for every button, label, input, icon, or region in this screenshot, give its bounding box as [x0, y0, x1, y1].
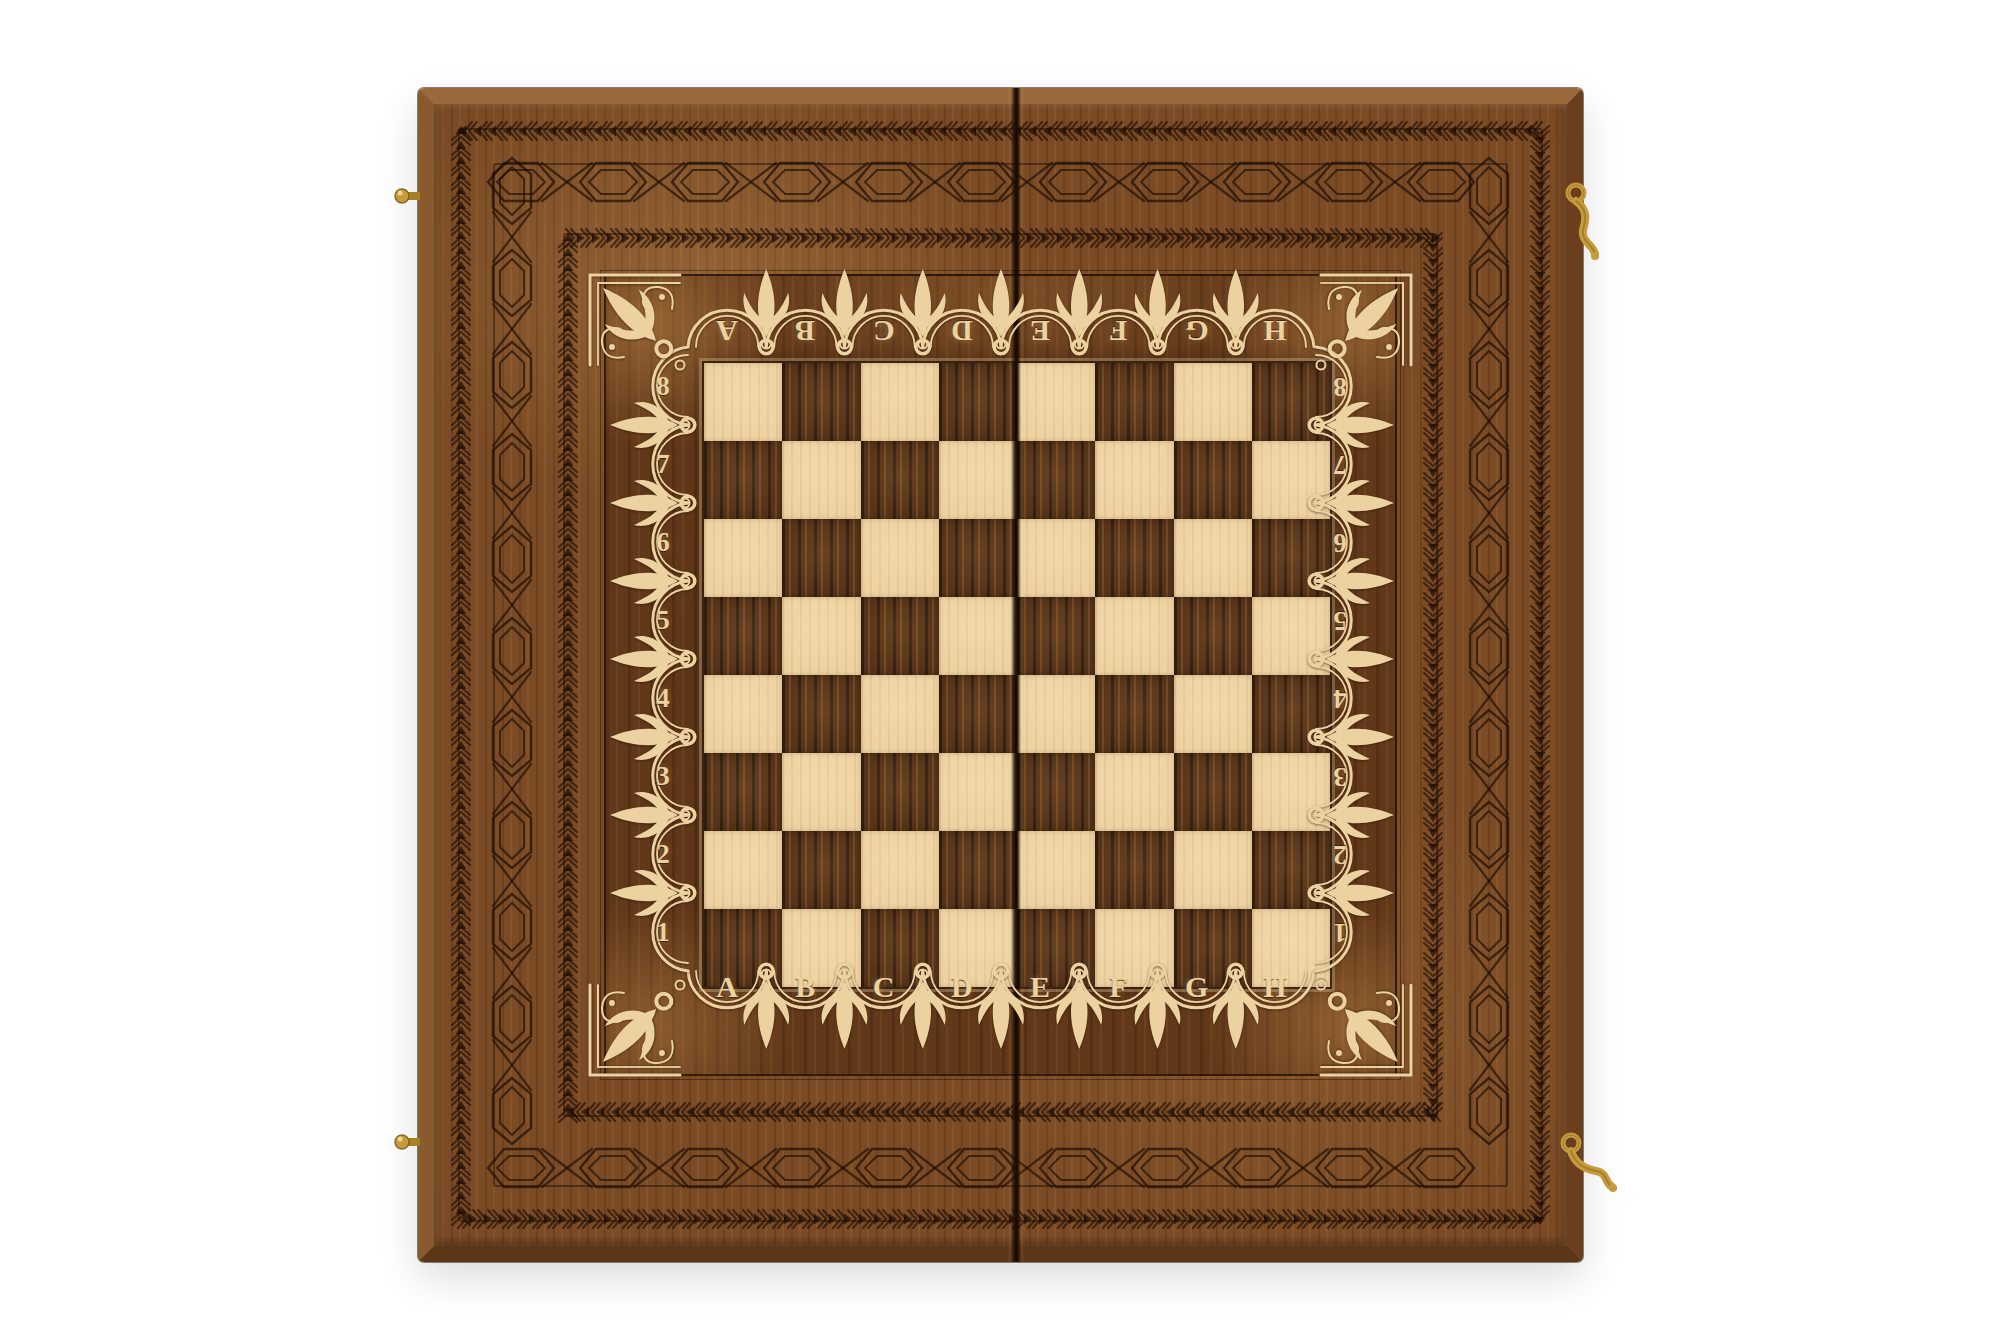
rank-label-left-1: 1 [656, 917, 670, 948]
square-f3[interactable] [1095, 753, 1173, 831]
square-a4[interactable] [704, 675, 782, 753]
square-a8[interactable] [704, 363, 782, 441]
file-label-top-c: C [873, 314, 895, 348]
square-e2[interactable] [1017, 831, 1095, 909]
brass-clasp-hook-top-right [1566, 178, 1612, 270]
chess-board-box: AA88BB77CC66DD55EE44FF33GG22HH11 [418, 88, 1583, 1262]
file-label-top-f: F [1109, 314, 1127, 348]
carved-hexagon-chain-top [482, 152, 1519, 212]
file-label-bottom-d: D [951, 970, 973, 1004]
square-b4[interactable] [782, 675, 860, 753]
rank-label-left-6: 6 [656, 527, 670, 558]
square-c3[interactable] [861, 753, 939, 831]
file-label-bottom-b: B [795, 970, 815, 1004]
square-d7[interactable] [939, 441, 1017, 519]
corner-ornament-bottom-left [568, 967, 698, 1097]
square-g3[interactable] [1174, 753, 1252, 831]
square-e4[interactable] [1017, 675, 1095, 753]
file-label-bottom-g: G [1185, 970, 1208, 1004]
rank-label-left-4: 4 [656, 683, 670, 714]
file-label-bottom-c: C [873, 970, 895, 1004]
square-c4[interactable] [861, 675, 939, 753]
file-label-top-e: E [1030, 314, 1050, 348]
carved-hexagon-chain-bottom [482, 1138, 1519, 1198]
brass-clasp-hook-bottom-right [1558, 1126, 1620, 1206]
carved-chevron-border-right-outer [1527, 118, 1553, 1232]
gold-arcade-left [592, 299, 692, 1019]
square-f5[interactable] [1095, 597, 1173, 675]
brass-hinge-pin-top-left [390, 178, 422, 214]
rank-label-left-2: 2 [656, 839, 670, 870]
square-b7[interactable] [782, 441, 860, 519]
file-label-top-a: A [716, 314, 738, 348]
rank-label-right-1: 1 [1333, 917, 1347, 948]
carved-chevron-border-left-outer [448, 118, 474, 1232]
square-c2[interactable] [861, 831, 939, 909]
square-e3[interactable] [1017, 753, 1095, 831]
rank-label-right-3: 3 [1333, 761, 1347, 792]
square-d5[interactable] [939, 597, 1017, 675]
square-a7[interactable] [704, 441, 782, 519]
square-e7[interactable] [1017, 441, 1095, 519]
square-g7[interactable] [1174, 441, 1252, 519]
square-d2[interactable] [939, 831, 1017, 909]
square-f4[interactable] [1095, 675, 1173, 753]
file-label-top-g: G [1185, 314, 1208, 348]
rank-label-left-3: 3 [656, 761, 670, 792]
square-g5[interactable] [1174, 597, 1252, 675]
rank-label-right-4: 4 [1333, 683, 1347, 714]
gold-arcade-right [1312, 299, 1412, 1019]
square-b2[interactable] [782, 831, 860, 909]
brass-hinge-pin-bottom-left [390, 1124, 422, 1160]
file-label-bottom-e: E [1030, 970, 1050, 1004]
rank-label-right-5: 5 [1333, 605, 1347, 636]
square-d8[interactable] [939, 363, 1017, 441]
square-c6[interactable] [861, 519, 939, 597]
carved-hexagon-chain-right [1459, 152, 1519, 1198]
rank-label-left-5: 5 [656, 605, 670, 636]
file-label-top-d: D [951, 314, 973, 348]
square-b6[interactable] [782, 519, 860, 597]
square-e5[interactable] [1017, 597, 1095, 675]
square-f2[interactable] [1095, 831, 1173, 909]
square-g4[interactable] [1174, 675, 1252, 753]
carved-hexagon-chain-left [482, 152, 542, 1198]
corner-ornament-bottom-right [1303, 967, 1433, 1097]
gold-arcade-bottom [640, 969, 1362, 1071]
carved-chevron-border-top-outer [450, 118, 1551, 144]
product-photo-stage: AA88BB77CC66DD55EE44FF33GG22HH11 [0, 0, 2000, 1333]
rank-label-left-8: 8 [656, 371, 670, 402]
square-d4[interactable] [939, 675, 1017, 753]
square-e8[interactable] [1017, 363, 1095, 441]
square-e6[interactable] [1017, 519, 1095, 597]
square-f8[interactable] [1095, 363, 1173, 441]
file-label-bottom-f: F [1109, 970, 1127, 1004]
square-f6[interactable] [1095, 519, 1173, 597]
square-a5[interactable] [704, 597, 782, 675]
file-label-bottom-h: H [1263, 970, 1286, 1004]
square-c7[interactable] [861, 441, 939, 519]
square-b8[interactable] [782, 363, 860, 441]
square-d3[interactable] [939, 753, 1017, 831]
square-g6[interactable] [1174, 519, 1252, 597]
square-a3[interactable] [704, 753, 782, 831]
square-b3[interactable] [782, 753, 860, 831]
rank-label-right-6: 6 [1333, 527, 1347, 558]
rank-label-right-8: 8 [1333, 371, 1347, 402]
square-a2[interactable] [704, 831, 782, 909]
square-c5[interactable] [861, 597, 939, 675]
square-c8[interactable] [861, 363, 939, 441]
file-label-top-b: B [795, 314, 815, 348]
rank-label-right-2: 2 [1333, 839, 1347, 870]
square-g2[interactable] [1174, 831, 1252, 909]
file-label-bottom-a: A [716, 970, 738, 1004]
rank-label-left-7: 7 [656, 449, 670, 480]
square-b5[interactable] [782, 597, 860, 675]
corner-ornament-top-left [568, 253, 698, 383]
file-label-top-h: H [1263, 314, 1286, 348]
carved-chevron-border-bottom-outer [450, 1206, 1551, 1232]
gold-arcade-top [640, 247, 1362, 349]
rank-label-right-7: 7 [1333, 449, 1347, 480]
square-a6[interactable] [704, 519, 782, 597]
square-g8[interactable] [1174, 363, 1252, 441]
carved-chevron-border-bottom-inner [558, 1099, 1443, 1125]
square-f7[interactable] [1095, 441, 1173, 519]
square-d6[interactable] [939, 519, 1017, 597]
corner-ornament-top-right [1303, 253, 1433, 383]
